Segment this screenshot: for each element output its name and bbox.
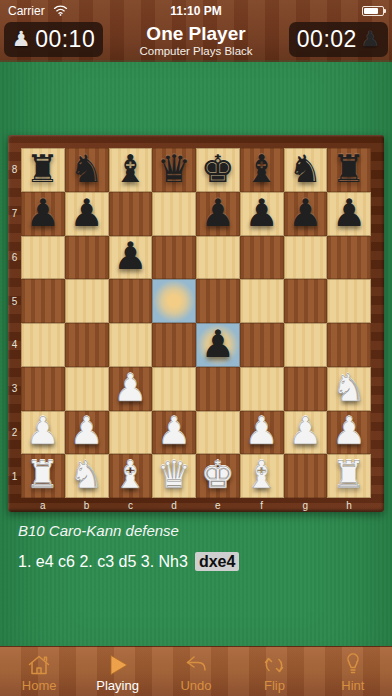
square-f7[interactable]: ♟: [240, 192, 284, 236]
square-c6[interactable]: ♟: [109, 236, 153, 280]
square-f8[interactable]: ♝: [240, 148, 284, 192]
rank-label-1: 1: [8, 454, 21, 498]
square-e6[interactable]: [196, 236, 240, 280]
square-f6[interactable]: [240, 236, 284, 280]
black-clock-time: 00:02: [297, 26, 357, 53]
flip-icon: [262, 652, 286, 677]
home-icon: [26, 652, 52, 677]
moves-text: 1. e4 c6 2. c3 d5 3. Nh3: [18, 553, 188, 570]
square-a2[interactable]: ♟: [21, 411, 65, 455]
square-b2[interactable]: ♟: [65, 411, 109, 455]
rank-label-6: 6: [8, 236, 21, 280]
piece-black-pawn[interactable]: ♟: [113, 237, 147, 275]
board-grid: ♜♞♝♛♚♝♞♜♟♟♟♟♟♟♟♟♟♞♟♟♟♟♟♟♜♞♝♛♚♝♜: [21, 148, 371, 498]
square-c8[interactable]: ♝: [109, 148, 153, 192]
piece-white-rook[interactable]: ♜: [332, 456, 366, 494]
hint-label: Hint: [341, 678, 364, 693]
square-c5[interactable]: [109, 279, 153, 323]
piece-black-knight[interactable]: ♞: [70, 150, 104, 188]
square-b4[interactable]: [65, 323, 109, 367]
piece-black-queen[interactable]: ♛: [157, 150, 191, 188]
piece-black-rook[interactable]: ♜: [26, 150, 60, 188]
home-label: Home: [22, 678, 57, 693]
chess-app-screen: Carrier 11:10 PM ♟ 00:10 One Player Comp…: [0, 0, 392, 696]
file-label-c: c: [109, 498, 153, 512]
rank-labels: 87654321: [8, 148, 21, 498]
square-e1[interactable]: ♚: [196, 454, 240, 498]
bottom-toolbar: Home Playing Undo: [0, 646, 392, 696]
file-label-f: f: [240, 498, 284, 512]
square-h8[interactable]: ♜: [327, 148, 371, 192]
piece-black-bishop[interactable]: ♝: [245, 150, 279, 188]
square-f5[interactable]: [240, 279, 284, 323]
square-d7[interactable]: [152, 192, 196, 236]
piece-black-rook[interactable]: ♜: [332, 150, 366, 188]
piece-black-pawn[interactable]: ♟: [245, 194, 279, 232]
square-g3[interactable]: [284, 367, 328, 411]
square-h4[interactable]: [327, 323, 371, 367]
square-b7[interactable]: ♟: [65, 192, 109, 236]
square-a8[interactable]: ♜: [21, 148, 65, 192]
piece-white-bishop[interactable]: ♝: [245, 456, 279, 494]
rank-label-3: 3: [8, 367, 21, 411]
square-g4[interactable]: [284, 323, 328, 367]
flip-button[interactable]: Flip: [235, 647, 313, 696]
square-f1[interactable]: ♝: [240, 454, 284, 498]
square-a4[interactable]: [21, 323, 65, 367]
square-e5[interactable]: [196, 279, 240, 323]
square-d1[interactable]: ♛: [152, 454, 196, 498]
square-c4[interactable]: [109, 323, 153, 367]
black-clock: 00:02 ♟: [289, 22, 388, 57]
square-d4[interactable]: [152, 323, 196, 367]
square-h5[interactable]: [327, 279, 371, 323]
playing-label: Playing: [96, 678, 139, 693]
piece-black-pawn[interactable]: ♟: [201, 325, 235, 363]
status-bar: Carrier 11:10 PM: [0, 0, 392, 20]
play-icon: [106, 652, 130, 677]
square-e2[interactable]: [196, 411, 240, 455]
square-h1[interactable]: ♜: [327, 454, 371, 498]
square-h6[interactable]: [327, 236, 371, 280]
square-a7[interactable]: ♟: [21, 192, 65, 236]
square-f4[interactable]: [240, 323, 284, 367]
square-c1[interactable]: ♝: [109, 454, 153, 498]
file-labels: abcdefgh: [21, 498, 371, 512]
rank-label-2: 2: [8, 411, 21, 455]
file-label-g: g: [284, 498, 328, 512]
piece-white-pawn[interactable]: ♟: [332, 412, 366, 450]
square-g5[interactable]: [284, 279, 328, 323]
square-f2[interactable]: ♟: [240, 411, 284, 455]
last-move-badge: dxe4: [195, 552, 239, 571]
square-g1[interactable]: [284, 454, 328, 498]
piece-white-queen[interactable]: ♛: [157, 456, 191, 494]
square-d8[interactable]: ♛: [152, 148, 196, 192]
square-a5[interactable]: [21, 279, 65, 323]
square-h2[interactable]: ♟: [327, 411, 371, 455]
chess-board: 87654321 ♜♞♝♛♚♝♞♜♟♟♟♟♟♟♟♟♟♞♟♟♟♟♟♟♜♞♝♛♚♝♜…: [8, 135, 384, 512]
piece-black-pawn[interactable]: ♟: [26, 194, 60, 232]
flip-label: Flip: [264, 678, 285, 693]
square-c2[interactable]: [109, 411, 153, 455]
opening-name: B10 Caro-Kann defense: [18, 522, 179, 539]
piece-white-pawn[interactable]: ♟: [245, 412, 279, 450]
square-g2[interactable]: ♟: [284, 411, 328, 455]
rank-label-5: 5: [8, 279, 21, 323]
square-d5[interactable]: [152, 279, 196, 323]
playing-button[interactable]: Playing: [78, 647, 156, 696]
square-h7[interactable]: ♟: [327, 192, 371, 236]
black-pawn-icon: ♟: [361, 29, 380, 50]
hint-icon: [341, 652, 365, 677]
status-time: 11:10 PM: [0, 4, 392, 18]
piece-black-pawn[interactable]: ♟: [201, 194, 235, 232]
square-c3[interactable]: ♟: [109, 367, 153, 411]
piece-white-pawn[interactable]: ♟: [26, 412, 60, 450]
square-d6[interactable]: [152, 236, 196, 280]
header-bar: Carrier 11:10 PM ♟ 00:10 One Player Comp…: [0, 0, 392, 62]
piece-white-king[interactable]: ♚: [201, 456, 235, 494]
square-h3[interactable]: ♞: [327, 367, 371, 411]
home-button[interactable]: Home: [0, 647, 78, 696]
piece-white-pawn[interactable]: ♟: [113, 369, 147, 407]
square-b3[interactable]: [65, 367, 109, 411]
square-e4[interactable]: ♟: [196, 323, 240, 367]
rank-label-4: 4: [8, 323, 21, 367]
piece-white-bishop[interactable]: ♝: [113, 456, 147, 494]
piece-black-pawn[interactable]: ♟: [288, 194, 322, 232]
piece-white-knight[interactable]: ♞: [70, 456, 104, 494]
square-a1[interactable]: ♜: [21, 454, 65, 498]
undo-icon: [183, 652, 209, 677]
square-c7[interactable]: [109, 192, 153, 236]
square-f3[interactable]: [240, 367, 284, 411]
square-a6[interactable]: [21, 236, 65, 280]
square-e3[interactable]: [196, 367, 240, 411]
square-b5[interactable]: [65, 279, 109, 323]
hint-button[interactable]: Hint: [314, 647, 392, 696]
square-e7[interactable]: ♟: [196, 192, 240, 236]
piece-black-knight[interactable]: ♞: [288, 150, 322, 188]
square-b6[interactable]: [65, 236, 109, 280]
piece-white-pawn[interactable]: ♟: [70, 412, 104, 450]
file-label-h: h: [327, 498, 371, 512]
rank-label-7: 7: [8, 192, 21, 236]
piece-black-bishop[interactable]: ♝: [113, 150, 147, 188]
piece-black-king[interactable]: ♚: [201, 150, 235, 188]
piece-black-pawn[interactable]: ♟: [70, 194, 104, 232]
rank-label-8: 8: [8, 148, 21, 192]
piece-white-pawn[interactable]: ♟: [157, 412, 191, 450]
square-d3[interactable]: [152, 367, 196, 411]
undo-button[interactable]: Undo: [157, 647, 235, 696]
square-d2[interactable]: ♟: [152, 411, 196, 455]
file-label-d: d: [152, 498, 196, 512]
square-b1[interactable]: ♞: [65, 454, 109, 498]
undo-label: Undo: [180, 678, 211, 693]
file-label-e: e: [196, 498, 240, 512]
square-b8[interactable]: ♞: [65, 148, 109, 192]
move-list: 1. e4 c6 2. c3 d5 3. Nh3dxe4: [18, 553, 239, 571]
square-g6[interactable]: [284, 236, 328, 280]
piece-white-rook[interactable]: ♜: [26, 456, 60, 494]
file-label-b: b: [65, 498, 109, 512]
piece-black-pawn[interactable]: ♟: [332, 194, 366, 232]
square-e8[interactable]: ♚: [196, 148, 240, 192]
piece-white-pawn[interactable]: ♟: [288, 412, 322, 450]
square-a3[interactable]: [21, 367, 65, 411]
battery-icon: [362, 6, 384, 16]
square-g8[interactable]: ♞: [284, 148, 328, 192]
piece-white-knight[interactable]: ♞: [332, 369, 366, 407]
file-label-a: a: [21, 498, 65, 512]
square-g7[interactable]: ♟: [284, 192, 328, 236]
